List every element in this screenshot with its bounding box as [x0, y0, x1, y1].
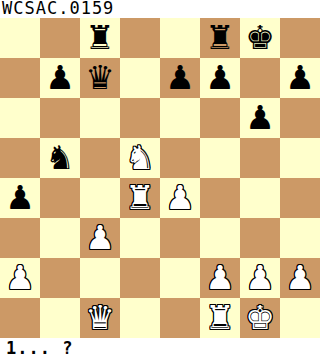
square-g1[interactable]: ♚: [240, 298, 280, 338]
piece-black-pawn: ♟: [5, 178, 35, 218]
square-f2[interactable]: ♟: [200, 258, 240, 298]
square-b3[interactable]: [40, 218, 80, 258]
square-e3[interactable]: [160, 218, 200, 258]
piece-black-pawn: ♟: [285, 58, 315, 98]
square-f6[interactable]: [200, 98, 240, 138]
square-b2[interactable]: [40, 258, 80, 298]
square-e2[interactable]: [160, 258, 200, 298]
square-a1[interactable]: [0, 298, 40, 338]
piece-black-rook: ♜: [85, 18, 115, 58]
square-a3[interactable]: [0, 218, 40, 258]
square-h3[interactable]: [280, 218, 320, 258]
square-a6[interactable]: [0, 98, 40, 138]
titlebar: WCSAC.0159: [0, 0, 320, 18]
square-f1[interactable]: ♜: [200, 298, 240, 338]
piece-black-pawn: ♟: [245, 98, 275, 138]
piece-white-pawn: ♟: [245, 258, 275, 298]
piece-white-pawn: ♟: [205, 258, 235, 298]
square-c5[interactable]: [80, 138, 120, 178]
piece-black-queen: ♛: [85, 58, 115, 98]
square-e7[interactable]: ♟: [160, 58, 200, 98]
piece-white-rook: ♜: [125, 178, 155, 218]
square-h1[interactable]: [280, 298, 320, 338]
square-f8[interactable]: ♜: [200, 18, 240, 58]
square-c8[interactable]: ♜: [80, 18, 120, 58]
square-h5[interactable]: [280, 138, 320, 178]
square-b5[interactable]: ♞: [40, 138, 80, 178]
square-a4[interactable]: ♟: [0, 178, 40, 218]
square-d1[interactable]: [120, 298, 160, 338]
square-f4[interactable]: [200, 178, 240, 218]
square-d2[interactable]: [120, 258, 160, 298]
square-c6[interactable]: [80, 98, 120, 138]
piece-white-pawn: ♟: [285, 258, 315, 298]
square-c3[interactable]: ♟: [80, 218, 120, 258]
square-c1[interactable]: ♛: [80, 298, 120, 338]
piece-black-pawn: ♟: [205, 58, 235, 98]
square-e8[interactable]: [160, 18, 200, 58]
square-g7[interactable]: [240, 58, 280, 98]
square-e1[interactable]: [160, 298, 200, 338]
square-d6[interactable]: [120, 98, 160, 138]
square-d8[interactable]: [120, 18, 160, 58]
square-g6[interactable]: ♟: [240, 98, 280, 138]
square-f5[interactable]: [200, 138, 240, 178]
square-h2[interactable]: ♟: [280, 258, 320, 298]
square-f3[interactable]: [200, 218, 240, 258]
square-e5[interactable]: [160, 138, 200, 178]
square-b4[interactable]: [40, 178, 80, 218]
square-g4[interactable]: [240, 178, 280, 218]
piece-white-rook: ♜: [205, 298, 235, 338]
square-a8[interactable]: [0, 18, 40, 58]
square-b6[interactable]: [40, 98, 80, 138]
square-h4[interactable]: [280, 178, 320, 218]
square-b8[interactable]: [40, 18, 80, 58]
square-c4[interactable]: [80, 178, 120, 218]
square-b1[interactable]: [40, 298, 80, 338]
square-d3[interactable]: [120, 218, 160, 258]
square-e6[interactable]: [160, 98, 200, 138]
move-prompt: 1... ?: [6, 340, 73, 357]
piece-white-pawn: ♟: [165, 178, 195, 218]
square-d4[interactable]: ♜: [120, 178, 160, 218]
piece-black-knight: ♞: [45, 138, 75, 178]
square-g2[interactable]: ♟: [240, 258, 280, 298]
square-a5[interactable]: [0, 138, 40, 178]
piece-white-queen: ♛: [85, 298, 115, 338]
square-a2[interactable]: ♟: [0, 258, 40, 298]
piece-black-pawn: ♟: [45, 58, 75, 98]
piece-white-king: ♚: [245, 298, 275, 338]
piece-white-pawn: ♟: [85, 218, 115, 258]
square-c2[interactable]: [80, 258, 120, 298]
square-h7[interactable]: ♟: [280, 58, 320, 98]
footer: 1... ?: [0, 338, 320, 360]
square-h8[interactable]: [280, 18, 320, 58]
square-d5[interactable]: ♞: [120, 138, 160, 178]
square-g3[interactable]: [240, 218, 280, 258]
chess-puzzle-viewer: WCSAC.0159 ♜♜♚♟♛♟♟♟♟♞♞♟♜♟♟♟♟♟♟♛♜♚ 1... ?: [0, 0, 320, 360]
piece-white-pawn: ♟: [5, 258, 35, 298]
chess-board: ♜♜♚♟♛♟♟♟♟♞♞♟♜♟♟♟♟♟♟♛♜♚: [0, 18, 320, 338]
puzzle-title: WCSAC.0159: [2, 0, 114, 17]
piece-black-king: ♚: [245, 18, 275, 58]
piece-black-rook: ♜: [205, 18, 235, 58]
square-a7[interactable]: [0, 58, 40, 98]
square-h6[interactable]: [280, 98, 320, 138]
square-b7[interactable]: ♟: [40, 58, 80, 98]
square-g8[interactable]: ♚: [240, 18, 280, 58]
square-d7[interactable]: [120, 58, 160, 98]
square-f7[interactable]: ♟: [200, 58, 240, 98]
square-e4[interactable]: ♟: [160, 178, 200, 218]
piece-black-pawn: ♟: [165, 58, 195, 98]
square-c7[interactable]: ♛: [80, 58, 120, 98]
square-g5[interactable]: [240, 138, 280, 178]
piece-white-knight: ♞: [125, 138, 155, 178]
